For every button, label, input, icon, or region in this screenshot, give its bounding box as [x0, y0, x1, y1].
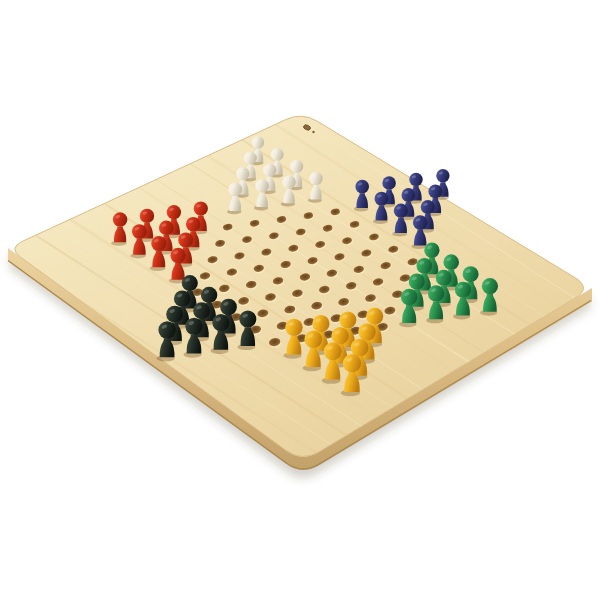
product-photo-stage	[0, 0, 600, 600]
chinese-checkers-board	[0, 0, 600, 600]
